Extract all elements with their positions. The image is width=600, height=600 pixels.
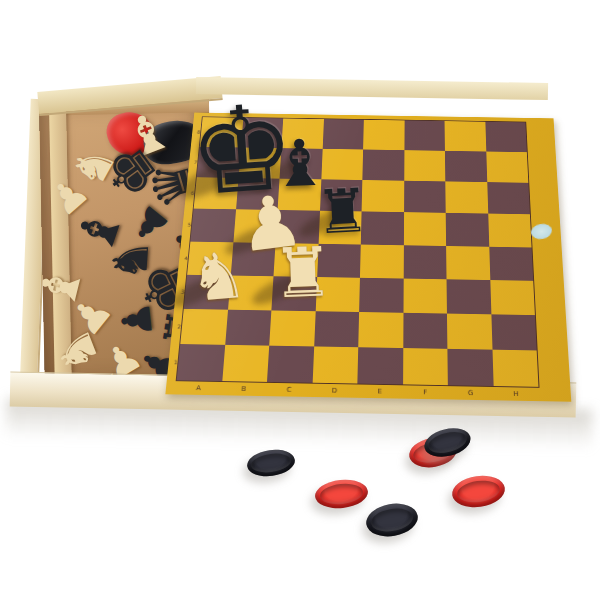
board-square-e7 <box>362 150 404 181</box>
checker-disc-black-2 <box>364 500 421 541</box>
board-square-h7 <box>486 152 528 183</box>
board-square-f6 <box>404 181 446 213</box>
board-square-h1 <box>492 350 538 387</box>
checker-disc-dish <box>318 482 363 505</box>
board-square-g1 <box>447 349 493 386</box>
board-square-g2 <box>447 313 492 349</box>
board-square-b1 <box>222 345 269 382</box>
file-label-g: G <box>448 385 494 400</box>
board-square-a1 <box>177 344 225 381</box>
product-photo-scene: ♝♚♛♞♟♝♟♞♚♝♟♟♜♞♟♟♝♟♟♝ ♞ 87654321 ABCDEFGH… <box>0 0 600 600</box>
board-square-f4 <box>403 245 446 279</box>
file-label-c: C <box>266 382 312 397</box>
board-square-h2 <box>491 314 537 350</box>
board-square-g3 <box>447 279 491 314</box>
file-label-a: A <box>175 380 222 395</box>
piece-white-knight-a3: ♞ <box>187 242 250 311</box>
board-square-h5 <box>488 214 532 247</box>
checker-disc-dish <box>250 452 291 475</box>
board-square-h3 <box>490 280 535 315</box>
board-square-f2 <box>403 313 448 349</box>
board-square-e4 <box>360 244 403 278</box>
board-square-f7 <box>404 150 445 181</box>
file-label-b: B <box>221 381 267 396</box>
checker-disc-red-1 <box>313 477 369 510</box>
checker-disc-dish <box>455 478 501 505</box>
board-square-c1 <box>267 346 314 383</box>
board-square-g8 <box>445 121 486 152</box>
board-square-e3 <box>359 277 403 312</box>
file-label-e: E <box>357 384 403 399</box>
piece-white-rook-c3: ♜ <box>271 238 334 308</box>
board-square-f1 <box>403 348 448 385</box>
board-square-f5 <box>403 212 446 245</box>
file-label-f: F <box>403 384 449 399</box>
board-square-e2 <box>358 312 403 348</box>
board-square-g7 <box>445 151 487 182</box>
board-square-h6 <box>487 182 530 214</box>
board-square-g4 <box>446 246 490 280</box>
board-square-f3 <box>403 278 447 313</box>
checker-disc-red-5 <box>450 472 507 510</box>
board-square-d1 <box>312 346 358 383</box>
board-square-e1 <box>357 347 402 384</box>
checker-disc-dish <box>369 506 415 535</box>
checker-disc-black-0 <box>245 447 296 479</box>
board-square-c2 <box>269 310 315 346</box>
board-square-h8 <box>485 122 527 153</box>
file-label-d: D <box>312 383 358 398</box>
board-square-d2 <box>314 311 359 347</box>
board-square-g5 <box>446 213 489 246</box>
board-square-b2 <box>225 309 272 345</box>
board-square-e8 <box>363 120 404 150</box>
file-label-h: H <box>493 386 539 401</box>
board-square-h4 <box>489 246 533 280</box>
board-square-g6 <box>445 182 487 214</box>
board-square-f8 <box>404 120 445 151</box>
board-square-d8 <box>322 119 364 149</box>
